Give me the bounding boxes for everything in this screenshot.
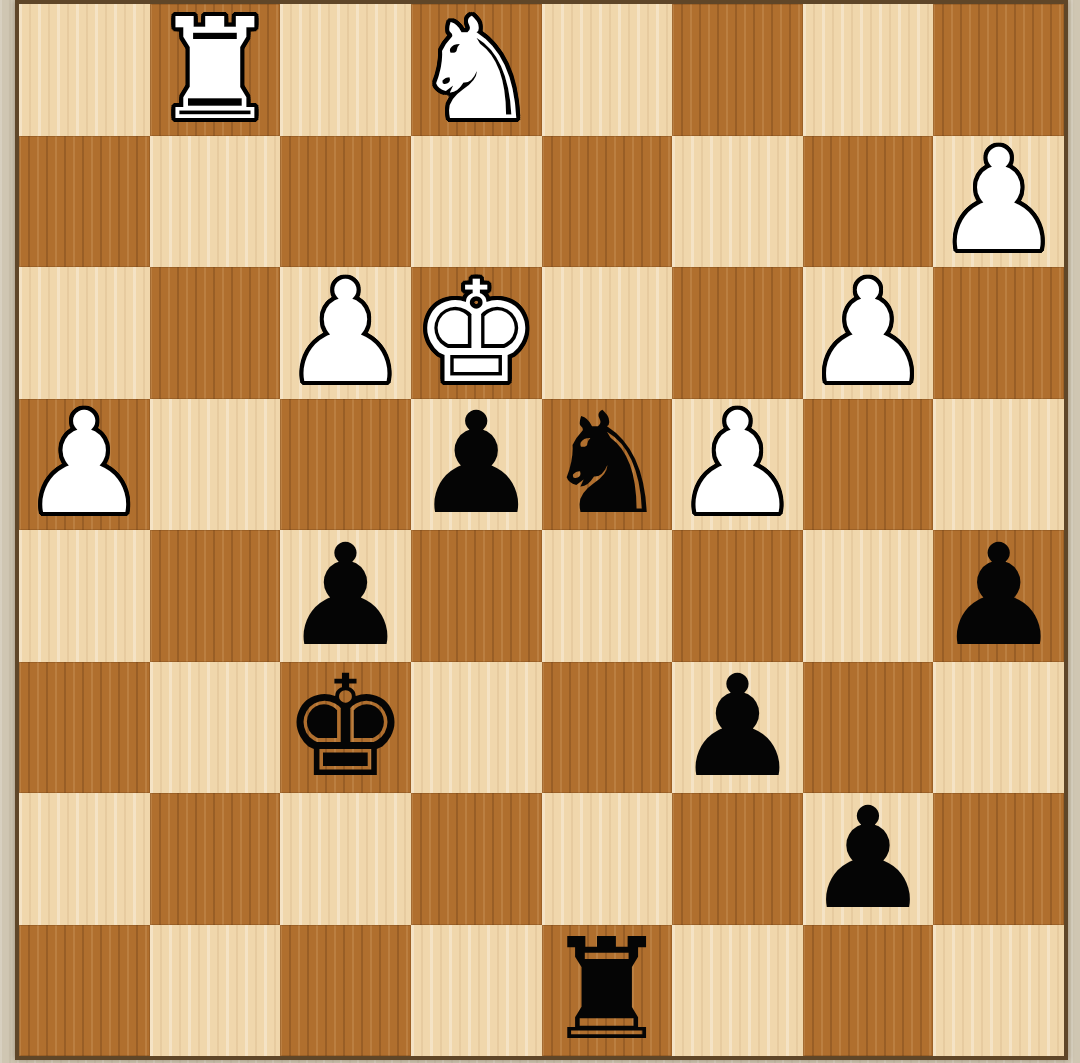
square-b1[interactable] <box>150 925 281 1057</box>
page-background: { "game": "chess", "position": { "fen": … <box>0 0 1080 1063</box>
square-a1[interactable] <box>19 925 150 1057</box>
square-g6[interactable]: ♟ <box>803 267 934 399</box>
square-h1[interactable] <box>933 925 1064 1057</box>
square-d5[interactable]: ♟ <box>411 399 542 531</box>
square-h2[interactable] <box>933 793 1064 925</box>
white-pawn[interactable]: ♟ <box>933 136 1064 268</box>
black-pawn[interactable]: ♟ <box>411 399 542 531</box>
square-g5[interactable] <box>803 399 934 531</box>
square-f3[interactable]: ♟ <box>672 662 803 794</box>
square-f1[interactable] <box>672 925 803 1057</box>
white-knight[interactable]: ♞ <box>411 4 542 136</box>
square-c1[interactable] <box>280 925 411 1057</box>
black-pawn[interactable]: ♟ <box>672 662 803 794</box>
white-king[interactable]: ♚ <box>411 267 542 399</box>
square-e3[interactable] <box>542 662 673 794</box>
square-e1[interactable]: ♜ <box>542 925 673 1057</box>
white-pawn[interactable]: ♟ <box>280 267 411 399</box>
square-c8[interactable] <box>280 4 411 136</box>
square-d4[interactable] <box>411 530 542 662</box>
board-frame: ♜♞♟♟♚♟♟♟♞♟♟♟♚♟♟♜ <box>15 0 1068 1060</box>
square-f6[interactable] <box>672 267 803 399</box>
square-g4[interactable] <box>803 530 934 662</box>
square-h7[interactable]: ♟ <box>933 136 1064 268</box>
square-b5[interactable] <box>150 399 281 531</box>
square-e2[interactable] <box>542 793 673 925</box>
square-d7[interactable] <box>411 136 542 268</box>
square-h5[interactable] <box>933 399 1064 531</box>
black-rook[interactable]: ♜ <box>542 925 673 1057</box>
square-c4[interactable]: ♟ <box>280 530 411 662</box>
black-pawn[interactable]: ♟ <box>933 530 1064 662</box>
chess-board: ♜♞♟♟♚♟♟♟♞♟♟♟♚♟♟♜ <box>19 4 1064 1056</box>
square-f4[interactable] <box>672 530 803 662</box>
black-king[interactable]: ♚ <box>280 662 411 794</box>
square-a2[interactable] <box>19 793 150 925</box>
white-rook[interactable]: ♜ <box>150 4 281 136</box>
square-g3[interactable] <box>803 662 934 794</box>
white-pawn[interactable]: ♟ <box>803 267 934 399</box>
square-a4[interactable] <box>19 530 150 662</box>
square-h3[interactable] <box>933 662 1064 794</box>
square-f5[interactable]: ♟ <box>672 399 803 531</box>
square-e8[interactable] <box>542 4 673 136</box>
square-f7[interactable] <box>672 136 803 268</box>
square-d3[interactable] <box>411 662 542 794</box>
black-knight[interactable]: ♞ <box>542 399 673 531</box>
square-g7[interactable] <box>803 136 934 268</box>
square-c2[interactable] <box>280 793 411 925</box>
square-a3[interactable] <box>19 662 150 794</box>
square-g8[interactable] <box>803 4 934 136</box>
square-a7[interactable] <box>19 136 150 268</box>
square-b6[interactable] <box>150 267 281 399</box>
square-g2[interactable]: ♟ <box>803 793 934 925</box>
square-c3[interactable]: ♚ <box>280 662 411 794</box>
square-e4[interactable] <box>542 530 673 662</box>
square-d6[interactable]: ♚ <box>411 267 542 399</box>
square-e5[interactable]: ♞ <box>542 399 673 531</box>
square-b8[interactable]: ♜ <box>150 4 281 136</box>
square-c5[interactable] <box>280 399 411 531</box>
square-g1[interactable] <box>803 925 934 1057</box>
square-h8[interactable] <box>933 4 1064 136</box>
square-d8[interactable]: ♞ <box>411 4 542 136</box>
square-a6[interactable] <box>19 267 150 399</box>
square-d2[interactable] <box>411 793 542 925</box>
square-f8[interactable] <box>672 4 803 136</box>
square-a8[interactable] <box>19 4 150 136</box>
square-h6[interactable] <box>933 267 1064 399</box>
square-c7[interactable] <box>280 136 411 268</box>
square-a5[interactable]: ♟ <box>19 399 150 531</box>
square-e7[interactable] <box>542 136 673 268</box>
black-pawn[interactable]: ♟ <box>803 793 934 925</box>
square-b2[interactable] <box>150 793 281 925</box>
white-pawn[interactable]: ♟ <box>19 399 150 531</box>
white-pawn[interactable]: ♟ <box>672 399 803 531</box>
square-h4[interactable]: ♟ <box>933 530 1064 662</box>
square-b7[interactable] <box>150 136 281 268</box>
square-b3[interactable] <box>150 662 281 794</box>
square-f2[interactable] <box>672 793 803 925</box>
square-d1[interactable] <box>411 925 542 1057</box>
square-e6[interactable] <box>542 267 673 399</box>
square-b4[interactable] <box>150 530 281 662</box>
black-pawn[interactable]: ♟ <box>280 530 411 662</box>
square-c6[interactable]: ♟ <box>280 267 411 399</box>
